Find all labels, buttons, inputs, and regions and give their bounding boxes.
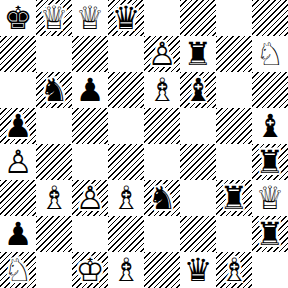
square-h7[interactable]: ♞♘: [252, 36, 288, 72]
square-a5[interactable]: ♟♟: [0, 108, 36, 144]
piece-glyph: ♕: [252, 180, 288, 216]
piece-black-pawn: ♟♟: [0, 108, 36, 144]
square-h6[interactable]: [252, 72, 288, 108]
piece-black-queen: ♛♛: [180, 252, 216, 288]
piece-white-bishop: ♝♗: [108, 252, 144, 288]
piece-glyph: ♛: [180, 252, 216, 288]
square-e7[interactable]: ♟♙: [144, 36, 180, 72]
square-g3[interactable]: ♜♜: [216, 180, 252, 216]
piece-white-queen: ♛♕: [36, 0, 72, 36]
piece-glyph: ♘: [0, 252, 36, 288]
piece-glyph: ♟: [0, 216, 36, 252]
piece-glyph: ♝: [180, 72, 216, 108]
square-d7[interactable]: [108, 36, 144, 72]
square-b3[interactable]: ♝♗: [36, 180, 72, 216]
square-d8[interactable]: ♛♛: [108, 0, 144, 36]
piece-black-rook: ♜♜: [180, 36, 216, 72]
square-a7[interactable]: [0, 36, 36, 72]
piece-black-bishop: ♝♝: [180, 72, 216, 108]
square-f6[interactable]: ♝♝: [180, 72, 216, 108]
piece-glyph: ♕: [36, 0, 72, 36]
piece-glyph: ♗: [216, 252, 252, 288]
square-d6[interactable]: [108, 72, 144, 108]
square-f2[interactable]: [180, 216, 216, 252]
square-c6[interactable]: ♟♟: [72, 72, 108, 108]
piece-glyph: ♟: [0, 108, 36, 144]
square-d3[interactable]: ♝♗: [108, 180, 144, 216]
square-a8[interactable]: ♚♚: [0, 0, 36, 36]
square-b1[interactable]: [36, 252, 72, 288]
piece-glyph: ♜: [216, 180, 252, 216]
square-f8[interactable]: [180, 0, 216, 36]
square-h8[interactable]: [252, 0, 288, 36]
piece-white-pawn: ♟♙: [72, 180, 108, 216]
piece-black-king: ♚♚: [0, 0, 36, 36]
square-b5[interactable]: [36, 108, 72, 144]
square-g2[interactable]: [216, 216, 252, 252]
piece-glyph: ♔: [72, 252, 108, 288]
square-d4[interactable]: [108, 144, 144, 180]
square-b6[interactable]: ♞♞: [36, 72, 72, 108]
piece-white-knight: ♞♘: [252, 36, 288, 72]
piece-glyph: ♟: [72, 72, 108, 108]
square-g5[interactable]: [216, 108, 252, 144]
square-h2[interactable]: ♜♜: [252, 216, 288, 252]
piece-black-queen: ♛♛: [108, 0, 144, 36]
square-f1[interactable]: ♛♛: [180, 252, 216, 288]
piece-white-pawn: ♟♙: [144, 36, 180, 72]
square-f4[interactable]: [180, 144, 216, 180]
square-e5[interactable]: [144, 108, 180, 144]
piece-glyph: ♞: [36, 72, 72, 108]
piece-white-knight: ♞♘: [0, 252, 36, 288]
square-a6[interactable]: [0, 72, 36, 108]
piece-white-bishop: ♝♗: [144, 72, 180, 108]
piece-glyph: ♙: [144, 36, 180, 72]
piece-glyph: ♗: [108, 252, 144, 288]
square-a3[interactable]: [0, 180, 36, 216]
piece-glyph: ♗: [144, 72, 180, 108]
square-c8[interactable]: ♛♕: [72, 0, 108, 36]
square-c4[interactable]: [72, 144, 108, 180]
square-e4[interactable]: [144, 144, 180, 180]
piece-white-bishop: ♝♗: [108, 180, 144, 216]
piece-black-bishop: ♝♝: [252, 108, 288, 144]
square-f5[interactable]: [180, 108, 216, 144]
square-f7[interactable]: ♜♜: [180, 36, 216, 72]
square-e8[interactable]: [144, 0, 180, 36]
square-a1[interactable]: ♞♘: [0, 252, 36, 288]
square-a4[interactable]: ♟♙: [0, 144, 36, 180]
square-f3[interactable]: [180, 180, 216, 216]
square-c2[interactable]: [72, 216, 108, 252]
piece-glyph: ♗: [108, 180, 144, 216]
square-g4[interactable]: [216, 144, 252, 180]
piece-glyph: ♚: [0, 0, 36, 36]
square-c7[interactable]: [72, 36, 108, 72]
piece-black-pawn: ♟♟: [0, 216, 36, 252]
piece-glyph: ♜: [180, 36, 216, 72]
piece-white-bishop: ♝♗: [216, 252, 252, 288]
piece-black-knight: ♞♞: [144, 180, 180, 216]
square-g6[interactable]: [216, 72, 252, 108]
piece-white-queen: ♛♕: [72, 0, 108, 36]
piece-white-queen: ♛♕: [252, 180, 288, 216]
square-g8[interactable]: [216, 0, 252, 36]
square-h4[interactable]: ♜♜: [252, 144, 288, 180]
chess-board: ♚♚♛♕♛♕♛♛♟♙♜♜♞♘♞♞♟♟♝♗♝♝♟♟♝♝♟♙♜♜♝♗♟♙♝♗♞♞♜♜…: [0, 0, 288, 288]
square-g7[interactable]: [216, 36, 252, 72]
square-c1[interactable]: ♚♔: [72, 252, 108, 288]
piece-black-knight: ♞♞: [36, 72, 72, 108]
piece-glyph: ♕: [72, 0, 108, 36]
piece-glyph: ♗: [36, 180, 72, 216]
piece-black-rook: ♜♜: [252, 144, 288, 180]
piece-black-rook: ♜♜: [216, 180, 252, 216]
square-e6[interactable]: ♝♗: [144, 72, 180, 108]
piece-glyph: ♙: [0, 144, 36, 180]
square-d5[interactable]: [108, 108, 144, 144]
piece-black-rook: ♜♜: [252, 216, 288, 252]
square-b8[interactable]: ♛♕: [36, 0, 72, 36]
square-e1[interactable]: [144, 252, 180, 288]
square-h1[interactable]: [252, 252, 288, 288]
square-e2[interactable]: [144, 216, 180, 252]
piece-glyph: ♛: [108, 0, 144, 36]
piece-glyph: ♘: [252, 36, 288, 72]
piece-glyph: ♞: [144, 180, 180, 216]
square-d2[interactable]: [108, 216, 144, 252]
piece-white-pawn: ♟♙: [0, 144, 36, 180]
square-c5[interactable]: [72, 108, 108, 144]
square-d1[interactable]: ♝♗: [108, 252, 144, 288]
square-c3[interactable]: ♟♙: [72, 180, 108, 216]
square-a2[interactable]: ♟♟: [0, 216, 36, 252]
piece-glyph: ♜: [252, 216, 288, 252]
square-b2[interactable]: [36, 216, 72, 252]
piece-glyph: ♜: [252, 144, 288, 180]
square-h5[interactable]: ♝♝: [252, 108, 288, 144]
piece-glyph: ♝: [252, 108, 288, 144]
piece-black-pawn: ♟♟: [72, 72, 108, 108]
piece-white-bishop: ♝♗: [36, 180, 72, 216]
square-h3[interactable]: ♛♕: [252, 180, 288, 216]
square-g1[interactable]: ♝♗: [216, 252, 252, 288]
square-b7[interactable]: [36, 36, 72, 72]
piece-white-king: ♚♔: [72, 252, 108, 288]
piece-glyph: ♙: [72, 180, 108, 216]
square-e3[interactable]: ♞♞: [144, 180, 180, 216]
square-b4[interactable]: [36, 144, 72, 180]
